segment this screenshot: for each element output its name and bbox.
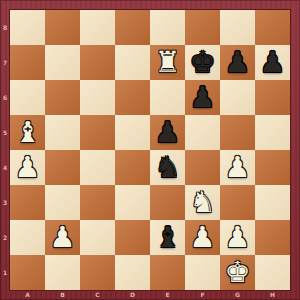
square-c1[interactable] bbox=[80, 255, 115, 290]
square-h4[interactable] bbox=[255, 150, 290, 185]
square-a6[interactable] bbox=[10, 80, 45, 115]
square-g1[interactable]: ♚ bbox=[220, 255, 255, 290]
rank-labels: 87654321 bbox=[0, 10, 10, 290]
square-g2[interactable]: ♟ bbox=[220, 220, 255, 255]
square-h7[interactable]: ♟ bbox=[255, 45, 290, 80]
rank-label-5: 5 bbox=[3, 130, 7, 136]
white-bishop: ♝ bbox=[10, 115, 45, 150]
square-e7[interactable]: ♜ bbox=[150, 45, 185, 80]
square-f1[interactable] bbox=[185, 255, 220, 290]
rank-label-1: 1 bbox=[3, 270, 7, 276]
square-h2[interactable] bbox=[255, 220, 290, 255]
black-pawn: ♟ bbox=[255, 45, 290, 80]
square-h3[interactable] bbox=[255, 185, 290, 220]
file-label-d: D bbox=[130, 292, 135, 298]
square-c5[interactable] bbox=[80, 115, 115, 150]
black-pawn: ♟ bbox=[150, 115, 185, 150]
square-b8[interactable] bbox=[45, 10, 80, 45]
rank-label-6: 6 bbox=[3, 95, 7, 101]
square-g4[interactable]: ♟ bbox=[220, 150, 255, 185]
square-a1[interactable] bbox=[10, 255, 45, 290]
rank-label-8: 8 bbox=[3, 25, 7, 31]
white-pawn: ♟ bbox=[10, 150, 45, 185]
square-d1[interactable] bbox=[115, 255, 150, 290]
rank-label-7: 7 bbox=[3, 60, 7, 66]
square-d3[interactable] bbox=[115, 185, 150, 220]
white-rook: ♜ bbox=[150, 45, 185, 80]
square-b2[interactable]: ♟ bbox=[45, 220, 80, 255]
square-b5[interactable] bbox=[45, 115, 80, 150]
square-d7[interactable] bbox=[115, 45, 150, 80]
white-pawn: ♟ bbox=[220, 220, 255, 255]
square-b6[interactable] bbox=[45, 80, 80, 115]
file-label-f: F bbox=[200, 292, 204, 298]
square-h1[interactable] bbox=[255, 255, 290, 290]
black-king: ♚ bbox=[185, 45, 220, 80]
black-bishop: ♝ bbox=[150, 220, 185, 255]
square-g6[interactable] bbox=[220, 80, 255, 115]
white-pawn: ♟ bbox=[220, 150, 255, 185]
square-g7[interactable]: ♟ bbox=[220, 45, 255, 80]
square-c7[interactable] bbox=[80, 45, 115, 80]
white-knight: ♞ bbox=[185, 185, 220, 220]
square-a8[interactable] bbox=[10, 10, 45, 45]
square-e4[interactable]: ♞ bbox=[150, 150, 185, 185]
file-label-c: C bbox=[95, 292, 99, 298]
white-king: ♚ bbox=[220, 255, 255, 290]
square-d6[interactable] bbox=[115, 80, 150, 115]
square-h8[interactable] bbox=[255, 10, 290, 45]
square-e6[interactable] bbox=[150, 80, 185, 115]
square-c6[interactable] bbox=[80, 80, 115, 115]
square-f8[interactable] bbox=[185, 10, 220, 45]
square-b3[interactable] bbox=[45, 185, 80, 220]
square-e1[interactable] bbox=[150, 255, 185, 290]
file-label-g: G bbox=[235, 292, 240, 298]
square-f5[interactable] bbox=[185, 115, 220, 150]
square-g8[interactable] bbox=[220, 10, 255, 45]
square-e5[interactable]: ♟ bbox=[150, 115, 185, 150]
square-a4[interactable]: ♟ bbox=[10, 150, 45, 185]
square-d4[interactable] bbox=[115, 150, 150, 185]
square-d8[interactable] bbox=[115, 10, 150, 45]
square-f3[interactable]: ♞ bbox=[185, 185, 220, 220]
chess-board: ♜♚♟♟♟♝♟♟♞♟♞♟♝♟♟♚ bbox=[10, 10, 290, 290]
file-label-e: E bbox=[165, 292, 169, 298]
square-d5[interactable] bbox=[115, 115, 150, 150]
file-labels: ABCDEFGH bbox=[10, 290, 290, 300]
square-h6[interactable] bbox=[255, 80, 290, 115]
square-b1[interactable] bbox=[45, 255, 80, 290]
square-f4[interactable] bbox=[185, 150, 220, 185]
square-e3[interactable] bbox=[150, 185, 185, 220]
square-a3[interactable] bbox=[10, 185, 45, 220]
white-pawn: ♟ bbox=[185, 220, 220, 255]
square-f2[interactable]: ♟ bbox=[185, 220, 220, 255]
square-g5[interactable] bbox=[220, 115, 255, 150]
file-label-h: H bbox=[270, 292, 275, 298]
square-b7[interactable] bbox=[45, 45, 80, 80]
square-c8[interactable] bbox=[80, 10, 115, 45]
file-label-b: B bbox=[60, 292, 65, 298]
square-c2[interactable] bbox=[80, 220, 115, 255]
square-e8[interactable] bbox=[150, 10, 185, 45]
rank-label-4: 4 bbox=[3, 165, 7, 171]
black-pawn: ♟ bbox=[185, 80, 220, 115]
file-label-a: A bbox=[25, 292, 30, 298]
square-a2[interactable] bbox=[10, 220, 45, 255]
black-knight: ♞ bbox=[150, 150, 185, 185]
square-h5[interactable] bbox=[255, 115, 290, 150]
black-pawn: ♟ bbox=[220, 45, 255, 80]
chess-board-frame: 87654321 ABCDEFGH ♜♚♟♟♟♝♟♟♞♟♞♟♝♟♟♚ bbox=[0, 0, 300, 300]
rank-label-2: 2 bbox=[3, 235, 7, 241]
square-b4[interactable] bbox=[45, 150, 80, 185]
square-f7[interactable]: ♚ bbox=[185, 45, 220, 80]
white-pawn: ♟ bbox=[45, 220, 80, 255]
square-c4[interactable] bbox=[80, 150, 115, 185]
square-d2[interactable] bbox=[115, 220, 150, 255]
square-a5[interactable]: ♝ bbox=[10, 115, 45, 150]
square-e2[interactable]: ♝ bbox=[150, 220, 185, 255]
square-a7[interactable] bbox=[10, 45, 45, 80]
square-c3[interactable] bbox=[80, 185, 115, 220]
square-g3[interactable] bbox=[220, 185, 255, 220]
square-f6[interactable]: ♟ bbox=[185, 80, 220, 115]
rank-label-3: 3 bbox=[3, 200, 7, 206]
